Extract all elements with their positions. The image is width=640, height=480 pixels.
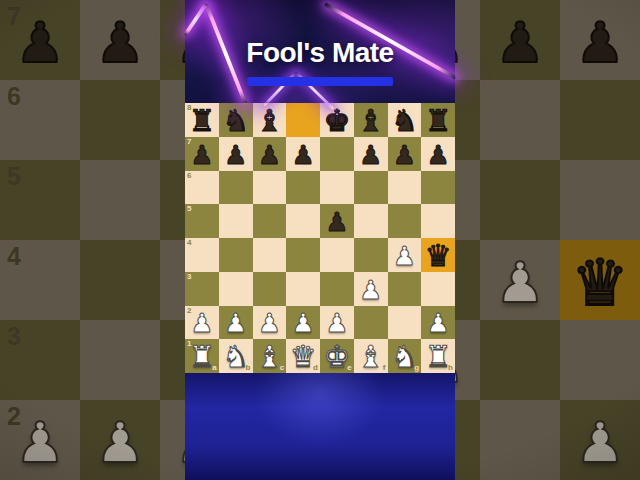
white-pawn: ♟ xyxy=(393,243,416,269)
rank-label-1: 1 xyxy=(187,340,191,348)
black-pawn: ♟ xyxy=(495,15,545,71)
square-e4[interactable] xyxy=(320,238,354,272)
white-pawn: ♟ xyxy=(291,310,314,336)
bg-square-a3: 3 xyxy=(0,320,80,400)
black-knight: ♞ xyxy=(222,106,249,136)
square-e1[interactable]: e♚ xyxy=(320,339,354,373)
white-pawn: ♟ xyxy=(15,415,65,471)
rank-label-4: 4 xyxy=(187,239,191,247)
black-pawn: ♟ xyxy=(359,142,382,168)
square-d7[interactable]: ♟ xyxy=(286,137,320,171)
square-e2[interactable]: ♟ xyxy=(320,306,354,340)
square-b6[interactable] xyxy=(219,171,253,205)
rank-label-2: 2 xyxy=(187,307,191,315)
rank-label-5: 5 xyxy=(187,205,191,213)
square-e7[interactable] xyxy=(320,137,354,171)
square-h8[interactable]: ♜ xyxy=(421,103,455,137)
black-pawn: ♟ xyxy=(325,209,348,235)
black-rook: ♜ xyxy=(188,106,215,136)
black-bishop: ♝ xyxy=(256,106,283,136)
square-e3[interactable] xyxy=(320,272,354,306)
file-label-d: d xyxy=(313,364,318,372)
square-c7[interactable]: ♟ xyxy=(253,137,287,171)
white-bishop: ♝ xyxy=(357,342,384,372)
square-b2[interactable]: ♟ xyxy=(219,306,253,340)
square-b7[interactable]: ♟ xyxy=(219,137,253,171)
black-pawn: ♟ xyxy=(575,15,625,71)
rank-label-3: 3 xyxy=(187,273,191,281)
square-c3[interactable] xyxy=(253,272,287,306)
bg-square-a5: 5 xyxy=(0,160,80,240)
square-b4[interactable] xyxy=(219,238,253,272)
bg-square-g2 xyxy=(480,400,560,480)
black-queen: ♛ xyxy=(425,241,452,271)
file-label-e: e xyxy=(347,364,351,372)
square-e5[interactable]: ♟ xyxy=(320,204,354,238)
white-pawn: ♟ xyxy=(258,310,281,336)
bg-square-a2: 2♟ xyxy=(0,400,80,480)
black-knight: ♞ xyxy=(391,106,418,136)
black-king: ♚ xyxy=(323,106,350,136)
bg-rank-label-6: 6 xyxy=(7,84,21,109)
black-queen: ♛ xyxy=(571,251,628,315)
white-pawn: ♟ xyxy=(495,255,545,311)
bg-rank-label-4: 4 xyxy=(7,244,21,269)
square-a3[interactable]: 3 xyxy=(185,272,219,306)
square-h3[interactable] xyxy=(421,272,455,306)
title-panel: Fool's Mate xyxy=(185,0,455,103)
square-d6[interactable] xyxy=(286,171,320,205)
square-e6[interactable] xyxy=(320,171,354,205)
square-d4[interactable] xyxy=(286,238,320,272)
file-label-c: c xyxy=(280,364,284,372)
bg-square-g6 xyxy=(480,80,560,160)
video-title: Fool's Mate xyxy=(185,39,455,67)
square-h4[interactable]: ♛ xyxy=(421,238,455,272)
square-c5[interactable] xyxy=(253,204,287,238)
bg-square-g4: ♟ xyxy=(480,240,560,320)
bg-square-b5 xyxy=(80,160,160,240)
bg-square-b2: ♟ xyxy=(80,400,160,480)
bg-rank-label-3: 3 xyxy=(7,324,21,349)
square-g1[interactable]: g♞ xyxy=(388,339,422,373)
white-pawn: ♟ xyxy=(95,415,145,471)
file-label-b: b xyxy=(246,364,251,372)
bg-square-g5 xyxy=(480,160,560,240)
chess-board: 8♜♞♝♚♝♞♜7♟♟♟♟♟♟♟65♟4♟♛3♟2♟♟♟♟♟♟1a♜b♞c♝d♛… xyxy=(185,103,455,373)
bg-rank-label-7: 7 xyxy=(7,4,21,29)
bg-square-b6 xyxy=(80,80,160,160)
square-f2[interactable] xyxy=(354,306,388,340)
square-a6[interactable]: 6 xyxy=(185,171,219,205)
square-d3[interactable] xyxy=(286,272,320,306)
square-g8[interactable]: ♞ xyxy=(388,103,422,137)
black-pawn: ♟ xyxy=(393,142,416,168)
black-pawn: ♟ xyxy=(224,142,247,168)
file-label-h: h xyxy=(448,364,453,372)
black-pawn: ♟ xyxy=(426,142,449,168)
bg-square-h3 xyxy=(560,320,640,400)
square-d5[interactable] xyxy=(286,204,320,238)
white-pawn: ♟ xyxy=(359,277,382,303)
square-b5[interactable] xyxy=(219,204,253,238)
bg-square-h7: ♟ xyxy=(560,0,640,80)
white-pawn: ♟ xyxy=(325,310,348,336)
square-a2[interactable]: 2♟ xyxy=(185,306,219,340)
black-pawn: ♟ xyxy=(190,142,213,168)
bg-rank-label-2: 2 xyxy=(7,404,21,429)
black-pawn: ♟ xyxy=(291,142,314,168)
white-pawn: ♟ xyxy=(426,310,449,336)
square-g7[interactable]: ♟ xyxy=(388,137,422,171)
square-a4[interactable]: 4 xyxy=(185,238,219,272)
square-f5[interactable] xyxy=(354,204,388,238)
square-a5[interactable]: 5 xyxy=(185,204,219,238)
square-b3[interactable] xyxy=(219,272,253,306)
square-f7[interactable]: ♟ xyxy=(354,137,388,171)
square-a7[interactable]: 7♟ xyxy=(185,137,219,171)
white-pawn: ♟ xyxy=(190,310,213,336)
square-g3[interactable] xyxy=(388,272,422,306)
square-g2[interactable] xyxy=(388,306,422,340)
square-c1[interactable]: c♝ xyxy=(253,339,287,373)
square-c8[interactable]: ♝ xyxy=(253,103,287,137)
black-pawn: ♟ xyxy=(95,15,145,71)
square-h1[interactable]: h♜ xyxy=(421,339,455,373)
bg-square-a6: 6 xyxy=(0,80,80,160)
square-b8[interactable]: ♞ xyxy=(219,103,253,137)
square-a1[interactable]: 1a♜ xyxy=(185,339,219,373)
bg-square-a4: 4 xyxy=(0,240,80,320)
neon-beam-left-up xyxy=(183,2,208,36)
square-h7[interactable]: ♟ xyxy=(421,137,455,171)
black-pawn: ♟ xyxy=(258,142,281,168)
square-g4[interactable]: ♟ xyxy=(388,238,422,272)
bg-square-h6 xyxy=(560,80,640,160)
square-a8[interactable]: 8♜ xyxy=(185,103,219,137)
bottom-panel xyxy=(185,373,455,480)
square-c2[interactable]: ♟ xyxy=(253,306,287,340)
square-b1[interactable]: b♞ xyxy=(219,339,253,373)
square-d1[interactable]: d♛ xyxy=(286,339,320,373)
bg-square-b4 xyxy=(80,240,160,320)
bg-square-g7: ♟ xyxy=(480,0,560,80)
square-h6[interactable] xyxy=(421,171,455,205)
title-underline xyxy=(247,77,393,86)
square-c6[interactable] xyxy=(253,171,287,205)
white-pawn: ♟ xyxy=(224,310,247,336)
square-f1[interactable]: f♝ xyxy=(354,339,388,373)
file-label-f: f xyxy=(383,364,386,372)
file-label-g: g xyxy=(414,364,419,372)
black-rook: ♜ xyxy=(425,106,452,136)
video-screenshot: 7♟♟♟♟♟♟♟65♟4♟♛3♟2♟♟♟♟♟♟ Fool's Mate 8♜♞♝… xyxy=(0,0,640,480)
bg-square-b3 xyxy=(80,320,160,400)
square-h2[interactable]: ♟ xyxy=(421,306,455,340)
square-f4[interactable] xyxy=(354,238,388,272)
square-g5[interactable] xyxy=(388,204,422,238)
bg-square-a7: 7♟ xyxy=(0,0,80,80)
white-rook: ♜ xyxy=(188,342,215,372)
square-f3[interactable]: ♟ xyxy=(354,272,388,306)
white-pawn: ♟ xyxy=(575,415,625,471)
black-pawn: ♟ xyxy=(15,15,65,71)
square-c4[interactable] xyxy=(253,238,287,272)
video-frame: Fool's Mate 8♜♞♝♚♝♞♜7♟♟♟♟♟♟♟65♟4♟♛3♟2♟♟♟… xyxy=(185,0,455,480)
bg-rank-label-5: 5 xyxy=(7,164,21,189)
square-g6[interactable] xyxy=(388,171,422,205)
rank-label-7: 7 xyxy=(187,138,191,146)
square-d2[interactable]: ♟ xyxy=(286,306,320,340)
file-label-a: a xyxy=(212,364,216,372)
white-bishop: ♝ xyxy=(256,342,283,372)
rank-label-6: 6 xyxy=(187,172,191,180)
square-f6[interactable] xyxy=(354,171,388,205)
bg-square-g3 xyxy=(480,320,560,400)
bg-square-h5 xyxy=(560,160,640,240)
square-e8[interactable]: ♚ xyxy=(320,103,354,137)
rank-label-8: 8 xyxy=(187,104,191,112)
bg-square-h2: ♟ xyxy=(560,400,640,480)
square-h5[interactable] xyxy=(421,204,455,238)
square-d8[interactable] xyxy=(286,103,320,137)
bg-square-b7: ♟ xyxy=(80,0,160,80)
square-f8[interactable]: ♝ xyxy=(354,103,388,137)
bg-square-h4: ♛ xyxy=(560,240,640,320)
white-king: ♚ xyxy=(323,342,350,372)
black-bishop: ♝ xyxy=(357,106,384,136)
